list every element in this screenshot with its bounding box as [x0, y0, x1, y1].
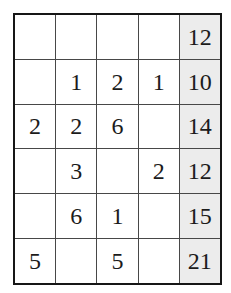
- row-sum-r5: 15: [180, 194, 220, 238]
- cell-r5c1[interactable]: [15, 194, 55, 238]
- cell-r1c2[interactable]: [56, 15, 96, 59]
- cell-r3c3: 6: [97, 105, 137, 149]
- cell-r2c3: 2: [97, 60, 137, 104]
- cell-r1c3[interactable]: [97, 15, 137, 59]
- cell-r6c3: 5: [97, 239, 137, 283]
- cell-r4c3[interactable]: [97, 149, 137, 193]
- row-sum-r6: 21: [180, 239, 220, 283]
- cell-r4c4: 2: [139, 149, 179, 193]
- cell-r2c4: 1: [139, 60, 179, 104]
- row-sum-r1: 12: [180, 15, 220, 59]
- cell-r5c2: 6: [56, 194, 96, 238]
- cell-r1c1[interactable]: [15, 15, 55, 59]
- row-sum-r2: 10: [180, 60, 220, 104]
- puzzle-page: 12 1 2 1 10 2 2 6 14 3 2 12 6 1 15 5 5 2…: [0, 0, 231, 293]
- cell-r4c1[interactable]: [15, 149, 55, 193]
- cell-r4c2: 3: [56, 149, 96, 193]
- board: 12 1 2 1 10 2 2 6 14 3 2 12 6 1 15 5 5 2…: [13, 13, 222, 285]
- cell-r3c4[interactable]: [139, 105, 179, 149]
- cell-r1c4[interactable]: [139, 15, 179, 59]
- cell-r5c4[interactable]: [139, 194, 179, 238]
- cell-r6c2[interactable]: [56, 239, 96, 283]
- cell-r3c1: 2: [15, 105, 55, 149]
- cell-r2c1[interactable]: [15, 60, 55, 104]
- cell-r5c3: 1: [97, 194, 137, 238]
- cell-r6c1: 5: [15, 239, 55, 283]
- row-sum-r4: 12: [180, 149, 220, 193]
- cell-r3c2: 2: [56, 105, 96, 149]
- cell-r6c4[interactable]: [139, 239, 179, 283]
- row-sum-r3: 14: [180, 105, 220, 149]
- cell-r2c2: 1: [56, 60, 96, 104]
